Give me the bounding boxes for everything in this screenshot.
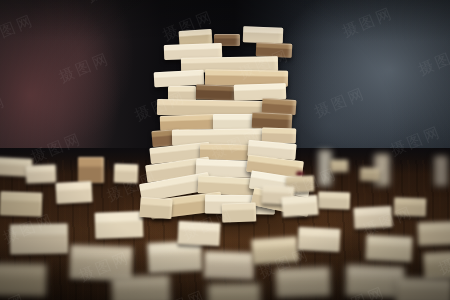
scattered-block [222,202,257,222]
scattered-block [139,197,172,219]
scattered-block [95,211,144,239]
scattered-block [111,275,170,300]
photo-canvas: 摄图网摄图网摄图网摄图网摄图网摄图网摄图网摄图网摄图网摄图网摄图网摄图网摄图网摄… [0,0,450,300]
scattered-block [0,264,46,297]
scattered-block [365,235,412,262]
scattered-block [330,160,348,172]
scattered-block [114,164,139,184]
scattered-block [297,227,340,252]
scattered-block [204,251,255,280]
scattered-block [208,284,260,300]
scattered-block [10,223,69,254]
scattered-block [147,241,202,274]
scattered-block [318,191,351,209]
scattered-block [360,168,380,182]
scattered-block [251,236,299,264]
scattered-block [0,191,42,216]
scattered-block [423,251,450,280]
scattered-block [177,221,220,246]
scattered-block [394,197,427,216]
scattered-block [55,181,92,204]
scattered-block [281,195,318,217]
scattered-block [26,164,57,183]
scattered-block [276,267,331,298]
scattered-block [418,221,450,245]
scattered-blocks [0,0,450,300]
scattered-block [78,157,104,183]
scattered-block [396,278,450,300]
scattered-block [353,206,392,229]
